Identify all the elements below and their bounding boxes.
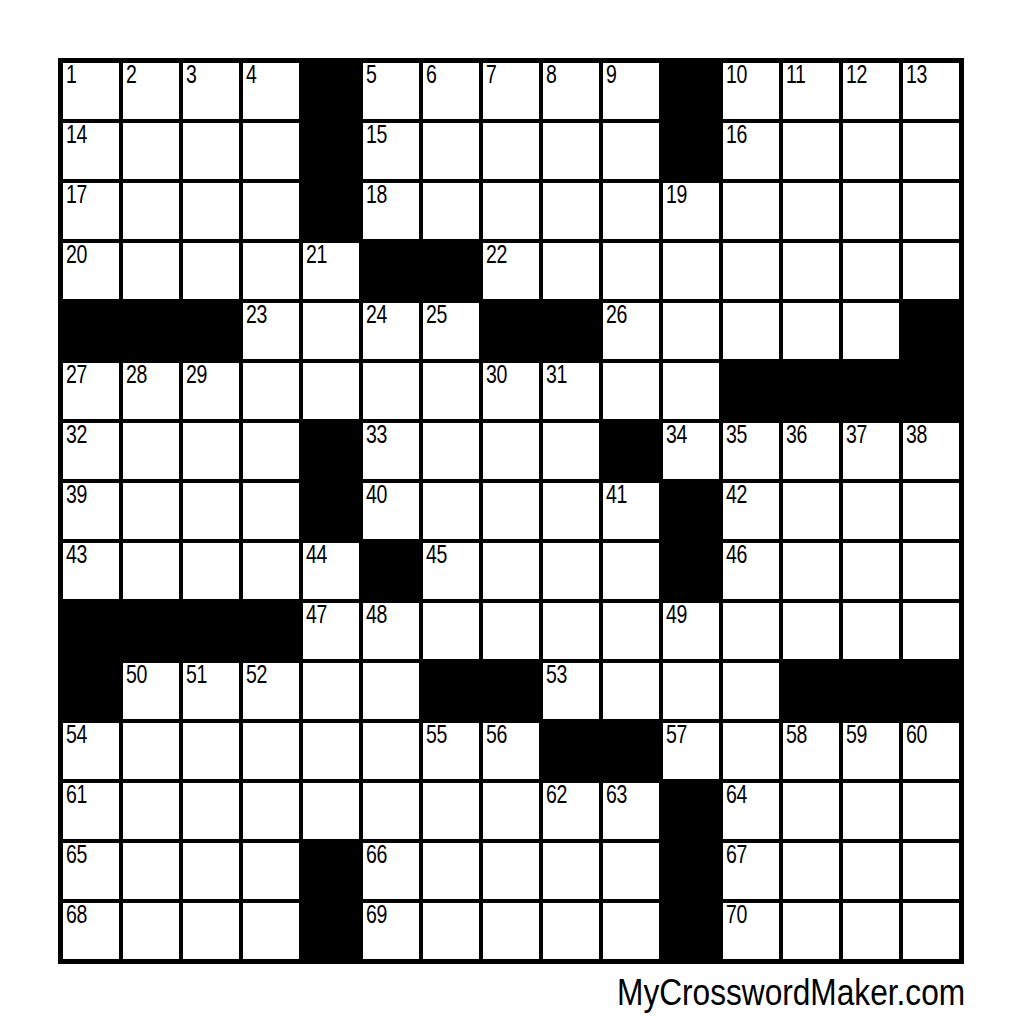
white-cell[interactable] — [603, 183, 659, 239]
clue-number: 20 — [66, 242, 87, 267]
white-cell[interactable]: 61 — [63, 783, 119, 839]
white-cell[interactable]: 60 — [903, 723, 959, 779]
white-cell[interactable] — [123, 843, 179, 899]
black-cell — [543, 303, 599, 359]
white-cell[interactable] — [483, 903, 539, 959]
white-cell[interactable] — [603, 543, 659, 599]
white-cell[interactable]: 68 — [63, 903, 119, 959]
black-cell — [543, 723, 599, 779]
white-cell[interactable] — [183, 183, 239, 239]
white-cell[interactable]: 35 — [723, 423, 779, 479]
white-cell[interactable] — [423, 123, 479, 179]
white-cell[interactable] — [843, 123, 899, 179]
white-cell[interactable]: 34 — [663, 423, 719, 479]
white-cell[interactable] — [783, 843, 839, 899]
white-cell[interactable]: 6 — [423, 63, 479, 119]
clue-number: 49 — [666, 602, 687, 627]
black-cell — [63, 663, 119, 719]
clue-number: 61 — [66, 782, 87, 807]
white-cell[interactable] — [123, 183, 179, 239]
black-cell — [723, 363, 779, 419]
white-cell[interactable] — [423, 603, 479, 659]
white-cell[interactable] — [843, 303, 899, 359]
white-cell[interactable] — [543, 903, 599, 959]
white-cell[interactable]: 62 — [543, 783, 599, 839]
white-cell[interactable] — [363, 663, 419, 719]
white-cell[interactable] — [243, 723, 299, 779]
black-cell — [843, 663, 899, 719]
white-cell[interactable]: 24 — [363, 303, 419, 359]
black-cell — [783, 363, 839, 419]
white-cell[interactable]: 56 — [483, 723, 539, 779]
black-cell — [123, 603, 179, 659]
clue-number: 8 — [546, 62, 556, 87]
clue-number: 12 — [846, 62, 867, 87]
clue-number: 68 — [66, 902, 87, 927]
white-cell[interactable]: 13 — [903, 63, 959, 119]
clue-number: 29 — [186, 362, 207, 387]
white-cell[interactable] — [603, 903, 659, 959]
white-cell[interactable] — [243, 543, 299, 599]
black-cell — [903, 363, 959, 419]
white-cell[interactable] — [483, 783, 539, 839]
white-cell[interactable] — [723, 303, 779, 359]
white-cell[interactable] — [183, 423, 239, 479]
white-cell[interactable]: 9 — [603, 63, 659, 119]
white-cell[interactable] — [303, 363, 359, 419]
white-cell[interactable]: 43 — [63, 543, 119, 599]
white-cell[interactable]: 23 — [243, 303, 299, 359]
white-cell[interactable] — [903, 843, 959, 899]
white-cell[interactable] — [663, 663, 719, 719]
black-cell — [663, 843, 719, 899]
white-cell[interactable] — [183, 723, 239, 779]
clue-number: 36 — [786, 422, 807, 447]
white-cell[interactable]: 17 — [63, 183, 119, 239]
clue-number: 28 — [126, 362, 147, 387]
clue-number: 26 — [606, 302, 627, 327]
white-cell[interactable] — [903, 243, 959, 299]
clue-number: 6 — [426, 62, 436, 87]
white-cell[interactable]: 18 — [363, 183, 419, 239]
white-cell[interactable] — [723, 603, 779, 659]
white-cell[interactable] — [423, 783, 479, 839]
black-cell — [63, 603, 119, 659]
white-cell[interactable]: 45 — [423, 543, 479, 599]
white-cell[interactable] — [243, 123, 299, 179]
white-cell[interactable]: 39 — [63, 483, 119, 539]
brand-watermark: MyCrosswordMaker.com — [617, 974, 965, 1011]
clue-number: 2 — [126, 62, 136, 87]
clue-number: 31 — [546, 362, 567, 387]
clue-number: 38 — [906, 422, 927, 447]
white-cell[interactable]: 30 — [483, 363, 539, 419]
white-cell[interactable] — [123, 783, 179, 839]
white-cell[interactable] — [423, 183, 479, 239]
white-cell[interactable] — [543, 543, 599, 599]
white-cell[interactable] — [243, 843, 299, 899]
black-cell — [663, 483, 719, 539]
white-cell[interactable]: 2 — [123, 63, 179, 119]
white-cell[interactable] — [303, 663, 359, 719]
white-cell[interactable]: 14 — [63, 123, 119, 179]
white-cell[interactable]: 66 — [363, 843, 419, 899]
white-cell[interactable] — [183, 483, 239, 539]
white-cell[interactable] — [543, 123, 599, 179]
white-cell[interactable] — [123, 243, 179, 299]
white-cell[interactable]: 19 — [663, 183, 719, 239]
clue-number: 37 — [846, 422, 867, 447]
black-cell — [183, 303, 239, 359]
white-cell[interactable] — [483, 483, 539, 539]
white-cell[interactable] — [843, 783, 899, 839]
black-cell — [783, 663, 839, 719]
white-cell[interactable] — [843, 843, 899, 899]
white-cell[interactable] — [543, 423, 599, 479]
white-cell[interactable]: 11 — [783, 63, 839, 119]
white-cell[interactable] — [483, 543, 539, 599]
white-cell[interactable] — [603, 603, 659, 659]
black-cell — [603, 723, 659, 779]
clue-number: 11 — [786, 62, 805, 87]
white-cell[interactable] — [123, 483, 179, 539]
white-cell[interactable]: 55 — [423, 723, 479, 779]
white-cell[interactable] — [783, 603, 839, 659]
black-cell — [483, 663, 539, 719]
white-cell[interactable]: 32 — [63, 423, 119, 479]
clue-number: 24 — [366, 302, 387, 327]
white-cell[interactable] — [603, 843, 659, 899]
white-cell[interactable]: 48 — [363, 603, 419, 659]
black-cell — [423, 243, 479, 299]
clue-number: 51 — [186, 662, 207, 687]
white-cell[interactable]: 36 — [783, 423, 839, 479]
clue-number: 35 — [726, 422, 747, 447]
white-cell[interactable]: 16 — [723, 123, 779, 179]
clue-number: 23 — [246, 302, 267, 327]
white-cell[interactable] — [303, 783, 359, 839]
black-cell — [303, 843, 359, 899]
clue-number: 54 — [66, 722, 87, 747]
white-cell[interactable]: 58 — [783, 723, 839, 779]
black-cell — [903, 303, 959, 359]
clue-number: 43 — [66, 542, 87, 567]
black-cell — [303, 183, 359, 239]
white-cell[interactable] — [843, 603, 899, 659]
white-cell[interactable] — [603, 243, 659, 299]
black-cell — [603, 423, 659, 479]
white-cell[interactable] — [663, 243, 719, 299]
white-cell[interactable]: 44 — [303, 543, 359, 599]
white-cell[interactable] — [363, 723, 419, 779]
white-cell[interactable] — [843, 543, 899, 599]
clue-number: 46 — [726, 542, 747, 567]
clue-number: 44 — [306, 542, 327, 567]
clue-number: 39 — [66, 482, 87, 507]
white-cell[interactable] — [123, 423, 179, 479]
black-cell — [663, 903, 719, 959]
white-cell[interactable]: 4 — [243, 63, 299, 119]
clue-number: 40 — [366, 482, 387, 507]
clue-number: 14 — [66, 122, 87, 147]
white-cell[interactable] — [903, 483, 959, 539]
white-cell[interactable] — [243, 363, 299, 419]
clue-number: 63 — [606, 782, 627, 807]
clue-number: 21 — [306, 242, 327, 267]
white-cell[interactable]: 10 — [723, 63, 779, 119]
white-cell[interactable] — [843, 903, 899, 959]
white-cell[interactable]: 27 — [63, 363, 119, 419]
white-cell[interactable] — [243, 243, 299, 299]
black-cell — [303, 123, 359, 179]
white-cell[interactable] — [243, 483, 299, 539]
white-cell[interactable]: 50 — [123, 663, 179, 719]
clue-number: 1 — [66, 62, 76, 87]
white-cell[interactable] — [843, 183, 899, 239]
white-cell[interactable] — [123, 123, 179, 179]
clue-number: 15 — [366, 122, 387, 147]
clue-number: 58 — [786, 722, 807, 747]
black-cell — [663, 123, 719, 179]
clue-number: 3 — [186, 62, 196, 87]
white-cell[interactable] — [903, 783, 959, 839]
black-cell — [423, 663, 479, 719]
black-cell — [183, 603, 239, 659]
white-cell[interactable]: 59 — [843, 723, 899, 779]
clue-number: 9 — [606, 62, 616, 87]
white-cell[interactable] — [243, 183, 299, 239]
white-cell[interactable] — [783, 903, 839, 959]
white-cell[interactable]: 26 — [603, 303, 659, 359]
clue-number: 64 — [726, 782, 747, 807]
white-cell[interactable] — [423, 483, 479, 539]
white-cell[interactable]: 49 — [663, 603, 719, 659]
white-cell[interactable]: 1 — [63, 63, 119, 119]
white-cell[interactable] — [903, 123, 959, 179]
clue-number: 25 — [426, 302, 447, 327]
white-cell[interactable]: 63 — [603, 783, 659, 839]
clue-number: 53 — [546, 662, 567, 687]
white-cell[interactable] — [663, 363, 719, 419]
white-cell[interactable] — [183, 243, 239, 299]
white-cell[interactable] — [783, 183, 839, 239]
white-cell[interactable] — [783, 783, 839, 839]
black-cell — [303, 423, 359, 479]
white-cell[interactable] — [783, 303, 839, 359]
white-cell[interactable] — [543, 183, 599, 239]
clue-number: 56 — [486, 722, 507, 747]
white-cell[interactable] — [123, 723, 179, 779]
white-cell[interactable] — [903, 603, 959, 659]
white-cell[interactable] — [183, 903, 239, 959]
white-cell[interactable]: 37 — [843, 423, 899, 479]
black-cell — [303, 483, 359, 539]
white-cell[interactable]: 42 — [723, 483, 779, 539]
black-cell — [243, 603, 299, 659]
white-cell[interactable]: 57 — [663, 723, 719, 779]
white-cell[interactable]: 21 — [303, 243, 359, 299]
white-cell[interactable] — [663, 303, 719, 359]
clue-number: 13 — [906, 62, 927, 87]
white-cell[interactable]: 70 — [723, 903, 779, 959]
white-cell[interactable] — [603, 663, 659, 719]
white-cell[interactable]: 47 — [303, 603, 359, 659]
clue-number: 5 — [366, 62, 376, 87]
white-cell[interactable]: 52 — [243, 663, 299, 719]
clue-number: 57 — [666, 722, 687, 747]
white-cell[interactable]: 20 — [63, 243, 119, 299]
white-cell[interactable] — [903, 543, 959, 599]
white-cell[interactable] — [783, 543, 839, 599]
white-cell[interactable] — [543, 483, 599, 539]
white-cell[interactable]: 67 — [723, 843, 779, 899]
white-cell[interactable]: 5 — [363, 63, 419, 119]
clue-number: 7 — [486, 62, 496, 87]
white-cell[interactable]: 3 — [183, 63, 239, 119]
clue-number: 22 — [486, 242, 507, 267]
white-cell[interactable] — [723, 183, 779, 239]
white-cell[interactable] — [423, 363, 479, 419]
white-cell[interactable] — [483, 423, 539, 479]
white-cell[interactable] — [903, 183, 959, 239]
crossword-page: 1234567891011121314151617181920212223242… — [0, 0, 1020, 1020]
clue-number: 4 — [246, 62, 256, 87]
white-cell[interactable] — [723, 663, 779, 719]
black-cell — [663, 783, 719, 839]
white-cell[interactable] — [303, 303, 359, 359]
white-cell[interactable] — [783, 483, 839, 539]
white-cell[interactable] — [843, 243, 899, 299]
clue-number: 47 — [306, 602, 327, 627]
clue-number: 19 — [666, 182, 687, 207]
white-cell[interactable] — [423, 843, 479, 899]
white-cell[interactable] — [843, 483, 899, 539]
white-cell[interactable]: 65 — [63, 843, 119, 899]
white-cell[interactable] — [783, 123, 839, 179]
white-cell[interactable]: 12 — [843, 63, 899, 119]
black-cell — [843, 363, 899, 419]
white-cell[interactable]: 22 — [483, 243, 539, 299]
white-cell[interactable]: 15 — [363, 123, 419, 179]
black-cell — [903, 663, 959, 719]
white-cell[interactable]: 69 — [363, 903, 419, 959]
white-cell[interactable]: 53 — [543, 663, 599, 719]
white-cell[interactable]: 51 — [183, 663, 239, 719]
black-cell — [303, 903, 359, 959]
clue-number: 52 — [246, 662, 267, 687]
clue-number: 32 — [66, 422, 87, 447]
white-cell[interactable] — [903, 903, 959, 959]
white-cell[interactable] — [243, 783, 299, 839]
white-cell[interactable]: 25 — [423, 303, 479, 359]
white-cell[interactable] — [483, 603, 539, 659]
white-cell[interactable] — [543, 243, 599, 299]
white-cell[interactable] — [483, 183, 539, 239]
clue-number: 69 — [366, 902, 387, 927]
white-cell[interactable]: 31 — [543, 363, 599, 419]
white-cell[interactable] — [603, 363, 659, 419]
clue-number: 42 — [726, 482, 747, 507]
clue-number: 60 — [906, 722, 927, 747]
white-cell[interactable] — [183, 123, 239, 179]
white-cell[interactable]: 40 — [363, 483, 419, 539]
white-cell[interactable] — [783, 243, 839, 299]
white-cell[interactable] — [543, 603, 599, 659]
white-cell[interactable]: 7 — [483, 63, 539, 119]
white-cell[interactable]: 46 — [723, 543, 779, 599]
clue-number: 41 — [606, 482, 627, 507]
clue-number: 50 — [126, 662, 147, 687]
white-cell[interactable] — [183, 543, 239, 599]
clue-number: 45 — [426, 542, 447, 567]
white-cell[interactable] — [423, 423, 479, 479]
white-cell[interactable]: 33 — [363, 423, 419, 479]
white-cell[interactable] — [543, 843, 599, 899]
black-cell — [63, 303, 119, 359]
white-cell[interactable] — [483, 123, 539, 179]
white-cell[interactable]: 8 — [543, 63, 599, 119]
clue-number: 66 — [366, 842, 387, 867]
black-cell — [363, 243, 419, 299]
white-cell[interactable] — [723, 243, 779, 299]
white-cell[interactable] — [243, 903, 299, 959]
white-cell[interactable]: 54 — [63, 723, 119, 779]
white-cell[interactable] — [423, 903, 479, 959]
clue-number: 27 — [66, 362, 87, 387]
clue-number: 59 — [846, 722, 867, 747]
white-cell[interactable]: 64 — [723, 783, 779, 839]
white-cell[interactable] — [363, 363, 419, 419]
white-cell[interactable] — [483, 843, 539, 899]
white-cell[interactable]: 29 — [183, 363, 239, 419]
black-cell — [303, 63, 359, 119]
clue-number: 10 — [726, 62, 747, 87]
clue-number: 18 — [366, 182, 387, 207]
clue-number: 67 — [726, 842, 747, 867]
white-cell[interactable] — [123, 543, 179, 599]
white-cell[interactable] — [183, 843, 239, 899]
clue-number: 33 — [366, 422, 387, 447]
clue-number: 16 — [726, 122, 747, 147]
black-cell — [123, 303, 179, 359]
white-cell[interactable]: 41 — [603, 483, 659, 539]
white-cell[interactable] — [363, 783, 419, 839]
clue-number: 62 — [546, 782, 567, 807]
white-cell[interactable] — [243, 423, 299, 479]
clue-number: 65 — [66, 842, 87, 867]
white-cell[interactable] — [123, 903, 179, 959]
white-cell[interactable]: 28 — [123, 363, 179, 419]
white-cell[interactable] — [723, 723, 779, 779]
crossword-grid: 1234567891011121314151617181920212223242… — [58, 58, 964, 964]
clue-number: 17 — [66, 182, 87, 207]
clue-number: 70 — [726, 902, 747, 927]
white-cell[interactable] — [183, 783, 239, 839]
black-cell — [363, 543, 419, 599]
clue-number: 34 — [666, 422, 687, 447]
black-cell — [663, 63, 719, 119]
black-cell — [663, 543, 719, 599]
clue-number: 55 — [426, 722, 447, 747]
white-cell[interactable] — [603, 123, 659, 179]
clue-number: 30 — [486, 362, 507, 387]
white-cell[interactable] — [303, 723, 359, 779]
black-cell — [483, 303, 539, 359]
white-cell[interactable]: 38 — [903, 423, 959, 479]
clue-number: 48 — [366, 602, 387, 627]
